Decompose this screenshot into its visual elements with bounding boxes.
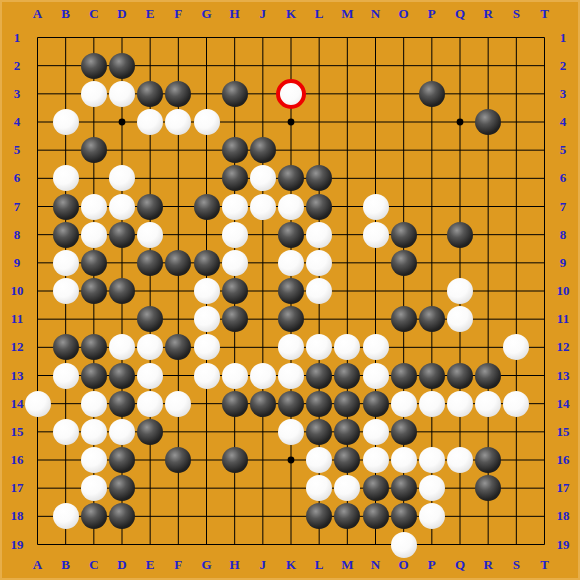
black-stone-J5 [250,137,276,163]
star-point-D4 [119,119,126,126]
col-label-bottom-S: S [505,556,527,574]
black-stone-K11 [278,306,304,332]
black-stone-H3 [222,81,248,107]
col-label-bottom-H: H [224,556,246,574]
col-label-top-M: M [336,5,358,23]
white-stone-P17 [419,475,445,501]
row-label-right-14: 14 [552,395,574,413]
white-stone-E8 [137,222,163,248]
black-stone-Q8 [447,222,473,248]
black-stone-O11 [391,306,417,332]
row-label-left-2: 2 [6,57,28,75]
white-stone-G10 [194,278,220,304]
col-label-bottom-J: J [252,556,274,574]
white-stone-S14 [503,391,529,417]
white-stone-O14 [391,391,417,417]
col-label-bottom-T: T [534,556,556,574]
black-stone-L13 [306,363,332,389]
white-stone-B4 [53,109,79,135]
black-stone-K10 [278,278,304,304]
black-stone-L15 [306,419,332,445]
black-stone-C13 [81,363,107,389]
row-label-right-6: 6 [552,169,574,187]
white-stone-G4 [194,109,220,135]
col-label-top-H: H [224,5,246,23]
row-label-left-12: 12 [6,338,28,356]
white-stone-J7 [250,194,276,220]
last-move-marked-white-stone-K3 [276,79,306,109]
col-label-top-J: J [252,5,274,23]
row-label-right-9: 9 [552,254,574,272]
black-stone-M15 [334,419,360,445]
white-stone-D7 [109,194,135,220]
col-label-top-P: P [421,5,443,23]
black-stone-C18 [81,503,107,529]
black-stone-O18 [391,503,417,529]
black-stone-B8 [53,222,79,248]
col-label-bottom-A: A [27,556,49,574]
white-stone-C7 [81,194,107,220]
black-stone-H14 [222,391,248,417]
col-label-top-B: B [55,5,77,23]
row-label-right-1: 1 [552,29,574,47]
white-stone-C3 [81,81,107,107]
black-stone-H6 [222,165,248,191]
col-label-top-F: F [167,5,189,23]
black-stone-R16 [475,447,501,473]
black-stone-N17 [363,475,389,501]
col-label-bottom-P: P [421,556,443,574]
row-label-right-2: 2 [552,57,574,75]
col-label-top-S: S [505,5,527,23]
star-point-K4 [288,119,295,126]
white-stone-J6 [250,165,276,191]
white-stone-C16 [81,447,107,473]
white-stone-H8 [222,222,248,248]
white-stone-B9 [53,250,79,276]
black-stone-H10 [222,278,248,304]
col-label-top-G: G [196,5,218,23]
row-label-left-7: 7 [6,198,28,216]
white-stone-O19 [391,532,417,558]
white-stone-C17 [81,475,107,501]
black-stone-L14 [306,391,332,417]
black-stone-R4 [475,109,501,135]
black-stone-K8 [278,222,304,248]
white-stone-N12 [363,334,389,360]
white-stone-N15 [363,419,389,445]
col-label-top-T: T [534,5,556,23]
row-label-left-1: 1 [6,29,28,47]
row-label-left-15: 15 [6,423,28,441]
black-stone-K14 [278,391,304,417]
black-stone-E3 [137,81,163,107]
white-stone-N8 [363,222,389,248]
row-label-right-4: 4 [552,113,574,131]
white-stone-P14 [419,391,445,417]
black-stone-L7 [306,194,332,220]
black-stone-J14 [250,391,276,417]
col-label-bottom-G: G [196,556,218,574]
white-stone-Q16 [447,447,473,473]
white-stone-L9 [306,250,332,276]
white-stone-D15 [109,419,135,445]
white-stone-C15 [81,419,107,445]
white-stone-L8 [306,222,332,248]
white-stone-L16 [306,447,332,473]
row-label-right-15: 15 [552,423,574,441]
col-label-bottom-E: E [139,556,161,574]
white-stone-K7 [278,194,304,220]
black-stone-H16 [222,447,248,473]
black-stone-D2 [109,53,135,79]
col-label-top-Q: Q [449,5,471,23]
black-stone-G7 [194,194,220,220]
white-stone-N16 [363,447,389,473]
black-stone-O9 [391,250,417,276]
col-label-bottom-D: D [111,556,133,574]
row-label-left-3: 3 [6,85,28,103]
white-stone-B6 [53,165,79,191]
black-stone-O8 [391,222,417,248]
white-stone-H7 [222,194,248,220]
white-stone-K15 [278,419,304,445]
white-stone-C14 [81,391,107,417]
row-label-left-13: 13 [6,367,28,385]
black-stone-C5 [81,137,107,163]
col-label-top-D: D [111,5,133,23]
row-label-left-9: 9 [6,254,28,272]
col-label-bottom-O: O [393,556,415,574]
black-stone-E9 [137,250,163,276]
black-stone-C2 [81,53,107,79]
row-label-right-19: 19 [552,536,574,554]
row-label-left-10: 10 [6,282,28,300]
black-stone-C9 [81,250,107,276]
row-label-right-8: 8 [552,226,574,244]
white-stone-E4 [137,109,163,135]
row-label-left-8: 8 [6,226,28,244]
row-label-left-17: 17 [6,479,28,497]
white-stone-P16 [419,447,445,473]
row-label-right-10: 10 [552,282,574,300]
col-label-bottom-F: F [167,556,189,574]
row-label-left-19: 19 [6,536,28,554]
white-stone-B13 [53,363,79,389]
row-label-right-13: 13 [552,367,574,385]
black-stone-F3 [165,81,191,107]
white-stone-G13 [194,363,220,389]
black-stone-D14 [109,391,135,417]
black-stone-O17 [391,475,417,501]
black-stone-M13 [334,363,360,389]
white-stone-B15 [53,419,79,445]
row-label-left-11: 11 [6,310,28,328]
col-label-bottom-K: K [280,556,302,574]
black-stone-D16 [109,447,135,473]
black-stone-E15 [137,419,163,445]
col-label-top-C: C [83,5,105,23]
black-stone-D10 [109,278,135,304]
col-label-bottom-B: B [55,556,77,574]
white-stone-N13 [363,363,389,389]
white-stone-B18 [53,503,79,529]
white-stone-A14 [25,391,51,417]
row-label-right-16: 16 [552,451,574,469]
white-stone-E14 [137,391,163,417]
black-stone-D8 [109,222,135,248]
row-label-left-4: 4 [6,113,28,131]
white-stone-C8 [81,222,107,248]
star-point-K16 [288,457,295,464]
star-point-Q4 [457,119,464,126]
row-label-right-11: 11 [552,310,574,328]
col-label-bottom-R: R [477,556,499,574]
black-stone-P13 [419,363,445,389]
black-stone-Q13 [447,363,473,389]
black-stone-E7 [137,194,163,220]
white-stone-Q14 [447,391,473,417]
black-stone-P3 [419,81,445,107]
black-stone-O13 [391,363,417,389]
white-stone-Q10 [447,278,473,304]
black-stone-H5 [222,137,248,163]
row-label-left-6: 6 [6,169,28,187]
col-label-top-R: R [477,5,499,23]
white-stone-H13 [222,363,248,389]
black-stone-B7 [53,194,79,220]
col-label-top-A: A [27,5,49,23]
black-stone-R13 [475,363,501,389]
black-stone-P11 [419,306,445,332]
black-stone-D13 [109,363,135,389]
black-stone-O15 [391,419,417,445]
row-label-left-18: 18 [6,507,28,525]
white-stone-G11 [194,306,220,332]
white-stone-O16 [391,447,417,473]
col-label-top-K: K [280,5,302,23]
col-label-top-L: L [308,5,330,23]
row-label-right-18: 18 [552,507,574,525]
row-label-right-5: 5 [552,141,574,159]
col-label-bottom-M: M [336,556,358,574]
black-stone-D17 [109,475,135,501]
col-label-bottom-C: C [83,556,105,574]
white-stone-G12 [194,334,220,360]
white-stone-L10 [306,278,332,304]
black-stone-H11 [222,306,248,332]
row-label-right-3: 3 [552,85,574,103]
white-stone-F14 [165,391,191,417]
white-stone-B10 [53,278,79,304]
white-stone-E13 [137,363,163,389]
black-stone-G9 [194,250,220,276]
col-label-bottom-Q: Q [449,556,471,574]
row-label-right-17: 17 [552,479,574,497]
go-board[interactable]: AABBCCDDEEFFGGHHJJKKLLMMNNOOPPQQRRSSTT11… [0,0,580,580]
black-stone-N18 [363,503,389,529]
row-label-right-12: 12 [552,338,574,356]
black-stone-M14 [334,391,360,417]
col-label-bottom-L: L [308,556,330,574]
black-stone-F9 [165,250,191,276]
white-stone-R14 [475,391,501,417]
row-label-left-5: 5 [6,141,28,159]
black-stone-C12 [81,334,107,360]
white-stone-K13 [278,363,304,389]
white-stone-K9 [278,250,304,276]
white-stone-Q11 [447,306,473,332]
row-label-left-16: 16 [6,451,28,469]
white-stone-D3 [109,81,135,107]
white-stone-H9 [222,250,248,276]
black-stone-N14 [363,391,389,417]
white-stone-P18 [419,503,445,529]
black-stone-B12 [53,334,79,360]
col-label-top-N: N [365,5,387,23]
col-label-top-O: O [393,5,415,23]
col-label-bottom-N: N [365,556,387,574]
white-stone-J13 [250,363,276,389]
row-label-right-7: 7 [552,198,574,216]
white-stone-N7 [363,194,389,220]
col-label-top-E: E [139,5,161,23]
black-stone-C10 [81,278,107,304]
